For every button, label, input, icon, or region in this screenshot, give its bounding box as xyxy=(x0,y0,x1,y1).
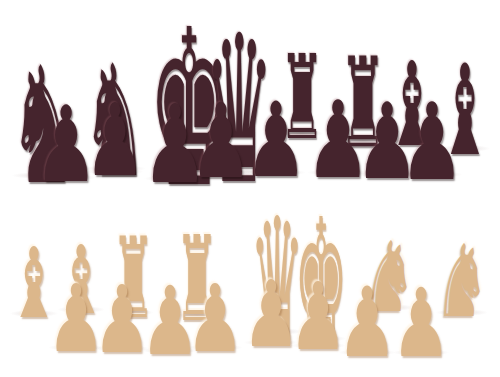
dark-pawn: ♟ xyxy=(399,89,464,196)
light-pawn: ♟ xyxy=(337,275,398,372)
light-pawn: ♟ xyxy=(391,276,451,371)
dark-pawn: ♟ xyxy=(190,90,253,193)
light-pawn: ♟ xyxy=(186,272,245,365)
dark-pawn: ♟ xyxy=(245,89,308,192)
dark-pawn: ♟ xyxy=(85,91,146,191)
product-photo: ♞♞♚♛♜♜♝♝♟♟♟♟♟♟♟♟ ♝♝♜♜♛♚♞♞♟♟♟♟♟♟♟♟ xyxy=(0,0,500,377)
